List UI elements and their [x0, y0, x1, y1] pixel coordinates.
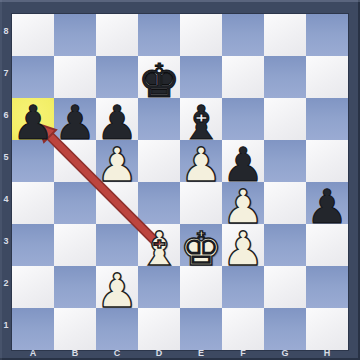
- rank-label-5: 5: [0, 140, 12, 182]
- piece-black-king-d7[interactable]: ♚: [138, 56, 180, 98]
- piece-white-bishop-d3[interactable]: ♝: [138, 224, 180, 266]
- square-g6[interactable]: [264, 98, 306, 140]
- rank-label-4: 4: [0, 182, 12, 224]
- square-g8[interactable]: [264, 14, 306, 56]
- square-b3[interactable]: [54, 224, 96, 266]
- file-label-e: E: [180, 348, 222, 360]
- piece-black-pawn-b6[interactable]: ♟: [54, 98, 96, 140]
- file-label-d: D: [138, 348, 180, 360]
- square-g4[interactable]: [264, 182, 306, 224]
- file-label-b: B: [54, 348, 96, 360]
- piece-white-pawn-f4[interactable]: ♟: [222, 182, 264, 224]
- square-g2[interactable]: [264, 266, 306, 308]
- square-c3[interactable]: [96, 224, 138, 266]
- square-h1[interactable]: [306, 308, 348, 350]
- square-h5[interactable]: [306, 140, 348, 182]
- piece-white-pawn-f3[interactable]: ♟: [222, 224, 264, 266]
- square-f6[interactable]: [222, 98, 264, 140]
- file-label-a: A: [12, 348, 54, 360]
- piece-black-pawn-c6[interactable]: ♟: [96, 98, 138, 140]
- rank-label-7: 7: [0, 56, 12, 98]
- piece-white-king-e3[interactable]: ♚: [180, 224, 222, 266]
- square-d1[interactable]: [138, 308, 180, 350]
- square-e7[interactable]: [180, 56, 222, 98]
- square-f7[interactable]: [222, 56, 264, 98]
- square-h7[interactable]: [306, 56, 348, 98]
- square-f1[interactable]: [222, 308, 264, 350]
- square-a1[interactable]: [12, 308, 54, 350]
- piece-black-pawn-h4[interactable]: ♟: [306, 182, 348, 224]
- square-f8[interactable]: [222, 14, 264, 56]
- piece-white-pawn-c5[interactable]: ♟: [96, 140, 138, 182]
- piece-black-bishop-e6[interactable]: ♝: [180, 98, 222, 140]
- square-b1[interactable]: [54, 308, 96, 350]
- square-a3[interactable]: [12, 224, 54, 266]
- file-label-f: F: [222, 348, 264, 360]
- square-d8[interactable]: [138, 14, 180, 56]
- square-d5[interactable]: [138, 140, 180, 182]
- square-c8[interactable]: [96, 14, 138, 56]
- square-b7[interactable]: [54, 56, 96, 98]
- square-h2[interactable]: [306, 266, 348, 308]
- square-c7[interactable]: [96, 56, 138, 98]
- rank-label-3: 3: [0, 224, 12, 266]
- square-b4[interactable]: [54, 182, 96, 224]
- rank-label-6: 6: [0, 98, 12, 140]
- square-e1[interactable]: [180, 308, 222, 350]
- square-a7[interactable]: [12, 56, 54, 98]
- square-h8[interactable]: [306, 14, 348, 56]
- rank-label-1: 1: [0, 308, 12, 350]
- piece-white-pawn-e5[interactable]: ♟: [180, 140, 222, 182]
- square-a8[interactable]: [12, 14, 54, 56]
- square-g3[interactable]: [264, 224, 306, 266]
- piece-white-pawn-c2[interactable]: ♟: [96, 266, 138, 308]
- square-h6[interactable]: [306, 98, 348, 140]
- square-a2[interactable]: [12, 266, 54, 308]
- square-g1[interactable]: [264, 308, 306, 350]
- piece-black-pawn-a6[interactable]: ♟: [12, 98, 54, 140]
- file-label-c: C: [96, 348, 138, 360]
- chess-board-frame: ♚♝♟♟♟♟♟♚♝♟♟♟♟♟ 87654321 ABCDEFGH: [0, 0, 360, 360]
- square-d4[interactable]: [138, 182, 180, 224]
- square-b2[interactable]: [54, 266, 96, 308]
- square-a4[interactable]: [12, 182, 54, 224]
- square-b8[interactable]: [54, 14, 96, 56]
- rank-label-8: 8: [0, 14, 12, 56]
- rank-label-2: 2: [0, 266, 12, 308]
- square-g7[interactable]: [264, 56, 306, 98]
- file-label-g: G: [264, 348, 306, 360]
- square-g5[interactable]: [264, 140, 306, 182]
- square-e8[interactable]: [180, 14, 222, 56]
- piece-black-pawn-f5[interactable]: ♟: [222, 140, 264, 182]
- file-label-h: H: [306, 348, 348, 360]
